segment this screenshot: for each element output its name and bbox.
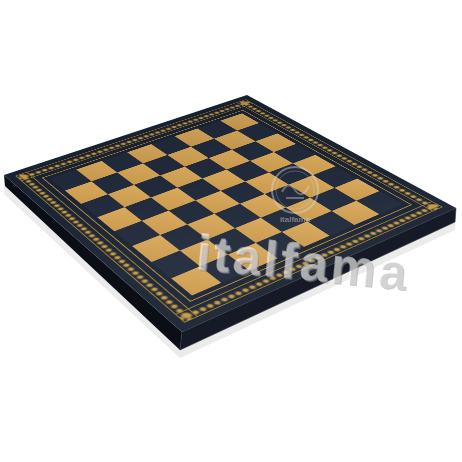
product-photo: italfama italfama [0, 0, 462, 462]
